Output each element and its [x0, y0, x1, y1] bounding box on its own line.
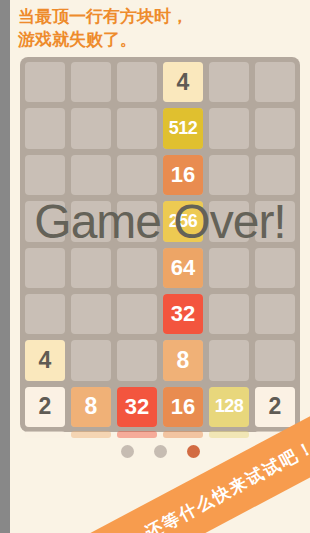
- cell-r1c1: [25, 62, 65, 102]
- page-dot-1[interactable]: [121, 445, 134, 458]
- tile-16: 16: [163, 155, 203, 195]
- cell-r2c5: [209, 108, 249, 148]
- cell-r6c2: [71, 294, 111, 334]
- cell-r8c3: 32: [117, 387, 157, 427]
- cell-r2c6: [255, 108, 295, 148]
- tile-128: 128: [209, 387, 249, 427]
- reflection-segment-5: [209, 431, 249, 438]
- tile-4: 4: [163, 62, 203, 102]
- cell-r1c6: [255, 62, 295, 102]
- page-dot-3-active[interactable]: [187, 445, 200, 458]
- game-over-text: Game Over!: [10, 194, 310, 249]
- cell-r5c5: [209, 248, 249, 288]
- cell-r7c5: [209, 340, 249, 380]
- tile-32: 32: [163, 294, 203, 334]
- board-reflection: [25, 431, 295, 438]
- cell-r6c3: [117, 294, 157, 334]
- reflection-segment-4: [163, 431, 203, 438]
- cell-r7c3: [117, 340, 157, 380]
- cell-r5c2: [71, 248, 111, 288]
- cell-r3c5: [209, 155, 249, 195]
- caption-line2: 游戏就失败了。: [18, 28, 304, 51]
- cell-r5c4: 64: [163, 248, 203, 288]
- caption-line1: 当最顶一行有方块时，: [18, 5, 304, 28]
- cell-r2c1: [25, 108, 65, 148]
- cell-r7c1: 4: [25, 340, 65, 380]
- cell-r5c3: [117, 248, 157, 288]
- cell-r6c6: [255, 294, 295, 334]
- cell-r1c4: 4: [163, 62, 203, 102]
- cell-r8c2: 8: [71, 387, 111, 427]
- page-dot-2[interactable]: [154, 445, 167, 458]
- tile-8: 8: [163, 340, 203, 380]
- reflection-segment-1: [25, 431, 65, 438]
- cell-r2c2: [71, 108, 111, 148]
- cell-r2c4: 512: [163, 108, 203, 148]
- tile-8: 8: [71, 387, 111, 427]
- tile-64: 64: [163, 248, 203, 288]
- cell-r3c4: 16: [163, 155, 203, 195]
- app-screenshot: 当最顶一行有方块时， 游戏就失败了。 451216256643248283216…: [10, 0, 310, 533]
- cell-r6c4: 32: [163, 294, 203, 334]
- cell-r6c5: [209, 294, 249, 334]
- tile-16: 16: [163, 387, 203, 427]
- reflection-segment-2: [71, 431, 111, 438]
- reflection-segment-3: [117, 431, 157, 438]
- cell-r1c2: [71, 62, 111, 102]
- cell-r1c3: [117, 62, 157, 102]
- cell-r1c5: [209, 62, 249, 102]
- caption-text: 当最顶一行有方块时， 游戏就失败了。: [18, 5, 304, 51]
- tile-512: 512: [163, 108, 203, 148]
- cell-r2c3: [117, 108, 157, 148]
- tile-2: 2: [25, 387, 65, 427]
- cell-r3c1: [25, 155, 65, 195]
- cell-r7c4: 8: [163, 340, 203, 380]
- tile-2: 2: [255, 387, 295, 427]
- cell-r7c6: [255, 340, 295, 380]
- cell-r8c5: 128: [209, 387, 249, 427]
- cell-r6c1: [25, 294, 65, 334]
- cell-r8c1: 2: [25, 387, 65, 427]
- cell-r3c3: [117, 155, 157, 195]
- cell-r3c2: [71, 155, 111, 195]
- cell-r7c2: [71, 340, 111, 380]
- tile-32: 32: [117, 387, 157, 427]
- tile-4: 4: [25, 340, 65, 380]
- cell-r8c4: 16: [163, 387, 203, 427]
- cell-r5c1: [25, 248, 65, 288]
- cell-r3c6: [255, 155, 295, 195]
- cell-r5c6: [255, 248, 295, 288]
- cell-r8c6: 2: [255, 387, 295, 427]
